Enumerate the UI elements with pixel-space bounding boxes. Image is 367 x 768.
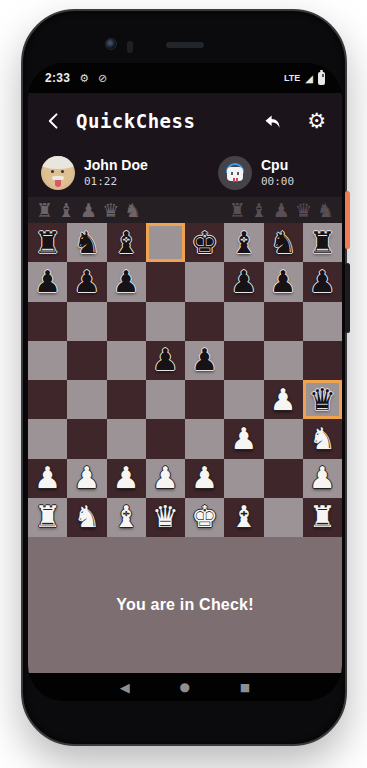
- white-player-avatar[interactable]: [41, 156, 75, 190]
- captured-pawn-icon: ♟: [273, 197, 290, 223]
- square-e3[interactable]: [185, 419, 224, 458]
- square-e4[interactable]: [185, 380, 224, 419]
- square-g3[interactable]: [264, 419, 303, 458]
- clock-time: 2:33: [45, 71, 70, 85]
- page-title: QuickChess: [76, 110, 195, 132]
- white-player-clock: 01:22: [84, 175, 148, 189]
- robot-head-icon: [227, 167, 243, 181]
- square-e8[interactable]: ♚: [185, 223, 224, 262]
- square-d2[interactable]: ♟: [146, 459, 185, 498]
- power-button[interactable]: [345, 191, 350, 249]
- square-f5[interactable]: [224, 341, 263, 380]
- square-c2[interactable]: ♟: [107, 459, 146, 498]
- square-e1[interactable]: ♚: [185, 498, 224, 537]
- captured-rook-icon: ♜: [229, 197, 246, 223]
- status-right-cluster: LTE ◢: [284, 72, 325, 85]
- black-player-name: Cpu: [261, 157, 294, 175]
- square-h1[interactable]: ♜: [303, 498, 342, 537]
- white-knight-piece: ♞: [73, 502, 100, 532]
- message-area: You are in Check!: [28, 537, 342, 673]
- black-knight-piece: ♞: [270, 228, 297, 258]
- square-h3[interactable]: ♞: [303, 419, 342, 458]
- black-pawn-piece: ♟: [73, 267, 100, 297]
- app-header: QuickChess ⚙: [28, 93, 342, 149]
- square-e7[interactable]: [185, 262, 224, 301]
- captured-knight-icon: ♞: [124, 197, 141, 223]
- chess-board: ♜♞♝♚♝♞♜♟♟♟♟♟♟♟♟♟♛♟♞♟♟♟♟♟♟♜♞♝♛♚♝♜: [28, 223, 342, 537]
- white-rook-piece: ♜: [34, 502, 61, 532]
- white-bishop-piece: ♝: [230, 502, 257, 532]
- screen: 2:33 ⚙ ⊘ LTE ◢ QuickChess: [28, 63, 342, 701]
- square-b7[interactable]: ♟: [67, 262, 106, 301]
- square-d3[interactable]: [146, 419, 185, 458]
- black-queen-piece: ♛: [309, 385, 336, 415]
- earpiece-speaker: [166, 42, 204, 48]
- robot-mic: [233, 178, 235, 182]
- white-pawn-piece: ♟: [309, 463, 336, 493]
- square-g7[interactable]: ♟: [264, 262, 303, 301]
- white-queen-piece: ♛: [152, 502, 179, 532]
- square-d1[interactable]: ♛: [146, 498, 185, 537]
- square-b8[interactable]: ♞: [67, 223, 106, 262]
- black-player-meta: Cpu 00:00: [261, 157, 294, 188]
- front-camera-icon: [105, 38, 117, 50]
- square-b2[interactable]: ♟: [67, 459, 106, 498]
- square-h7[interactable]: ♟: [303, 262, 342, 301]
- square-a4[interactable]: [28, 380, 67, 419]
- white-knight-piece: ♞: [309, 424, 336, 454]
- black-pawn-piece: ♟: [152, 345, 179, 375]
- captured-trays: ♜♝♟♛♞ ♜♝♟♛♞: [28, 197, 342, 223]
- captured-knight-icon: ♞: [317, 197, 334, 223]
- players-row: John Doe 01:22 Cpu 00:00: [28, 149, 342, 197]
- square-e6[interactable]: [185, 302, 224, 341]
- square-h2[interactable]: ♟: [303, 459, 342, 498]
- black-king-piece: ♚: [191, 228, 218, 258]
- square-f4[interactable]: [224, 380, 263, 419]
- square-c8[interactable]: ♝: [107, 223, 146, 262]
- square-d5[interactable]: ♟: [146, 341, 185, 380]
- white-captured-tray: ♜♝♟♛♞: [36, 197, 141, 223]
- captured-queen-icon: ♛: [295, 197, 312, 223]
- square-a6[interactable]: [28, 302, 67, 341]
- signal-strength-icon: ◢: [305, 73, 313, 84]
- black-rook-piece: ♜: [34, 228, 61, 258]
- check-message: You are in Check!: [116, 596, 253, 614]
- android-nav-bar: ◀ ● ■: [28, 673, 342, 701]
- black-rook-piece: ♜: [309, 228, 336, 258]
- settings-gear-icon[interactable]: ⚙: [307, 111, 326, 132]
- square-b3[interactable]: [67, 419, 106, 458]
- white-player-name: John Doe: [84, 157, 148, 175]
- black-bishop-piece: ♝: [113, 228, 140, 258]
- square-d8[interactable]: [146, 223, 185, 262]
- square-f3[interactable]: ♟: [224, 419, 263, 458]
- white-bishop-piece: ♝: [113, 502, 140, 532]
- page: 2:33 ⚙ ⊘ LTE ◢ QuickChess: [0, 0, 367, 768]
- square-d7[interactable]: [146, 262, 185, 301]
- square-c4[interactable]: [107, 380, 146, 419]
- white-pawn-piece: ♟: [34, 463, 61, 493]
- status-bar: 2:33 ⚙ ⊘ LTE ◢: [28, 63, 342, 93]
- phone-frame: 2:33 ⚙ ⊘ LTE ◢ QuickChess: [21, 9, 347, 746]
- avatar-hair: [41, 156, 75, 169]
- header-actions: ⚙: [262, 111, 326, 132]
- square-a1[interactable]: ♜: [28, 498, 67, 537]
- black-pawn-piece: ♟: [309, 267, 336, 297]
- black-pawn-piece: ♟: [191, 345, 218, 375]
- square-b4[interactable]: [67, 380, 106, 419]
- square-c6[interactable]: [107, 302, 146, 341]
- square-f1[interactable]: ♝: [224, 498, 263, 537]
- captured-pawn-icon: ♟: [80, 197, 97, 223]
- square-f7[interactable]: ♟: [224, 262, 263, 301]
- avatar-tongue: [55, 180, 61, 187]
- black-knight-piece: ♞: [73, 228, 100, 258]
- square-b1[interactable]: ♞: [67, 498, 106, 537]
- black-player-avatar[interactable]: [218, 156, 252, 190]
- square-a3[interactable]: [28, 419, 67, 458]
- square-h8[interactable]: ♜: [303, 223, 342, 262]
- square-d4[interactable]: [146, 380, 185, 419]
- square-a2[interactable]: ♟: [28, 459, 67, 498]
- white-player-meta: John Doe 01:22: [84, 157, 148, 188]
- white-pawn-piece: ♟: [191, 463, 218, 493]
- network-type-label: LTE: [284, 73, 300, 83]
- square-f8[interactable]: ♝: [224, 223, 263, 262]
- square-h5[interactable]: [303, 341, 342, 380]
- square-h4[interactable]: ♛: [303, 380, 342, 419]
- data-saver-icon: ⊘: [98, 72, 107, 85]
- nav-back-icon[interactable]: ◀: [120, 680, 130, 695]
- square-g6[interactable]: [264, 302, 303, 341]
- square-e2[interactable]: ♟: [185, 459, 224, 498]
- back-icon[interactable]: [44, 111, 64, 131]
- square-b5[interactable]: [67, 341, 106, 380]
- captured-rook-icon: ♜: [36, 197, 53, 223]
- square-h6[interactable]: [303, 302, 342, 341]
- black-pawn-piece: ♟: [113, 267, 140, 297]
- square-c5[interactable]: [107, 341, 146, 380]
- nav-home-icon[interactable]: ●: [180, 680, 190, 694]
- black-pawn-piece: ♟: [270, 267, 297, 297]
- square-c7[interactable]: ♟: [107, 262, 146, 301]
- player-white: John Doe 01:22: [28, 149, 165, 197]
- black-captured-tray: ♜♝♟♛♞: [229, 197, 334, 223]
- captured-bishop-icon: ♝: [251, 197, 268, 223]
- white-pawn-piece: ♟: [270, 385, 297, 415]
- undo-move-icon[interactable]: [262, 111, 283, 132]
- square-c3[interactable]: [107, 419, 146, 458]
- square-g2[interactable]: [264, 459, 303, 498]
- square-e5[interactable]: ♟: [185, 341, 224, 380]
- nav-recents-icon[interactable]: ■: [240, 681, 250, 694]
- white-pawn-piece: ♟: [73, 463, 100, 493]
- white-pawn-piece: ♟: [152, 463, 179, 493]
- white-king-piece: ♚: [191, 502, 218, 532]
- square-c1[interactable]: ♝: [107, 498, 146, 537]
- battery-icon: [318, 72, 325, 85]
- square-g8[interactable]: ♞: [264, 223, 303, 262]
- camera-sensor-icon: [127, 41, 133, 53]
- square-g5[interactable]: [264, 341, 303, 380]
- black-bishop-piece: ♝: [230, 228, 257, 258]
- square-a7[interactable]: ♟: [28, 262, 67, 301]
- black-player-clock: 00:00: [261, 175, 294, 189]
- square-a8[interactable]: ♜: [28, 223, 67, 262]
- white-pawn-piece: ♟: [113, 463, 140, 493]
- player-black: Cpu 00:00: [165, 149, 342, 197]
- square-b6[interactable]: [67, 302, 106, 341]
- square-f6[interactable]: [224, 302, 263, 341]
- captured-queen-icon: ♛: [102, 197, 119, 223]
- black-pawn-piece: ♟: [34, 267, 61, 297]
- black-pawn-piece: ♟: [230, 267, 257, 297]
- square-g1[interactable]: [264, 498, 303, 537]
- square-g4[interactable]: ♟: [264, 380, 303, 419]
- square-f2[interactable]: [224, 459, 263, 498]
- white-pawn-piece: ♟: [230, 424, 257, 454]
- volume-button[interactable]: [345, 263, 350, 333]
- settings-notification-icon: ⚙: [79, 72, 89, 85]
- white-rook-piece: ♜: [309, 502, 336, 532]
- captured-bishop-icon: ♝: [58, 197, 75, 223]
- square-a5[interactable]: [28, 341, 67, 380]
- square-d6[interactable]: [146, 302, 185, 341]
- robot-eyes: [231, 172, 233, 175]
- avatar-eyes: [51, 170, 54, 173]
